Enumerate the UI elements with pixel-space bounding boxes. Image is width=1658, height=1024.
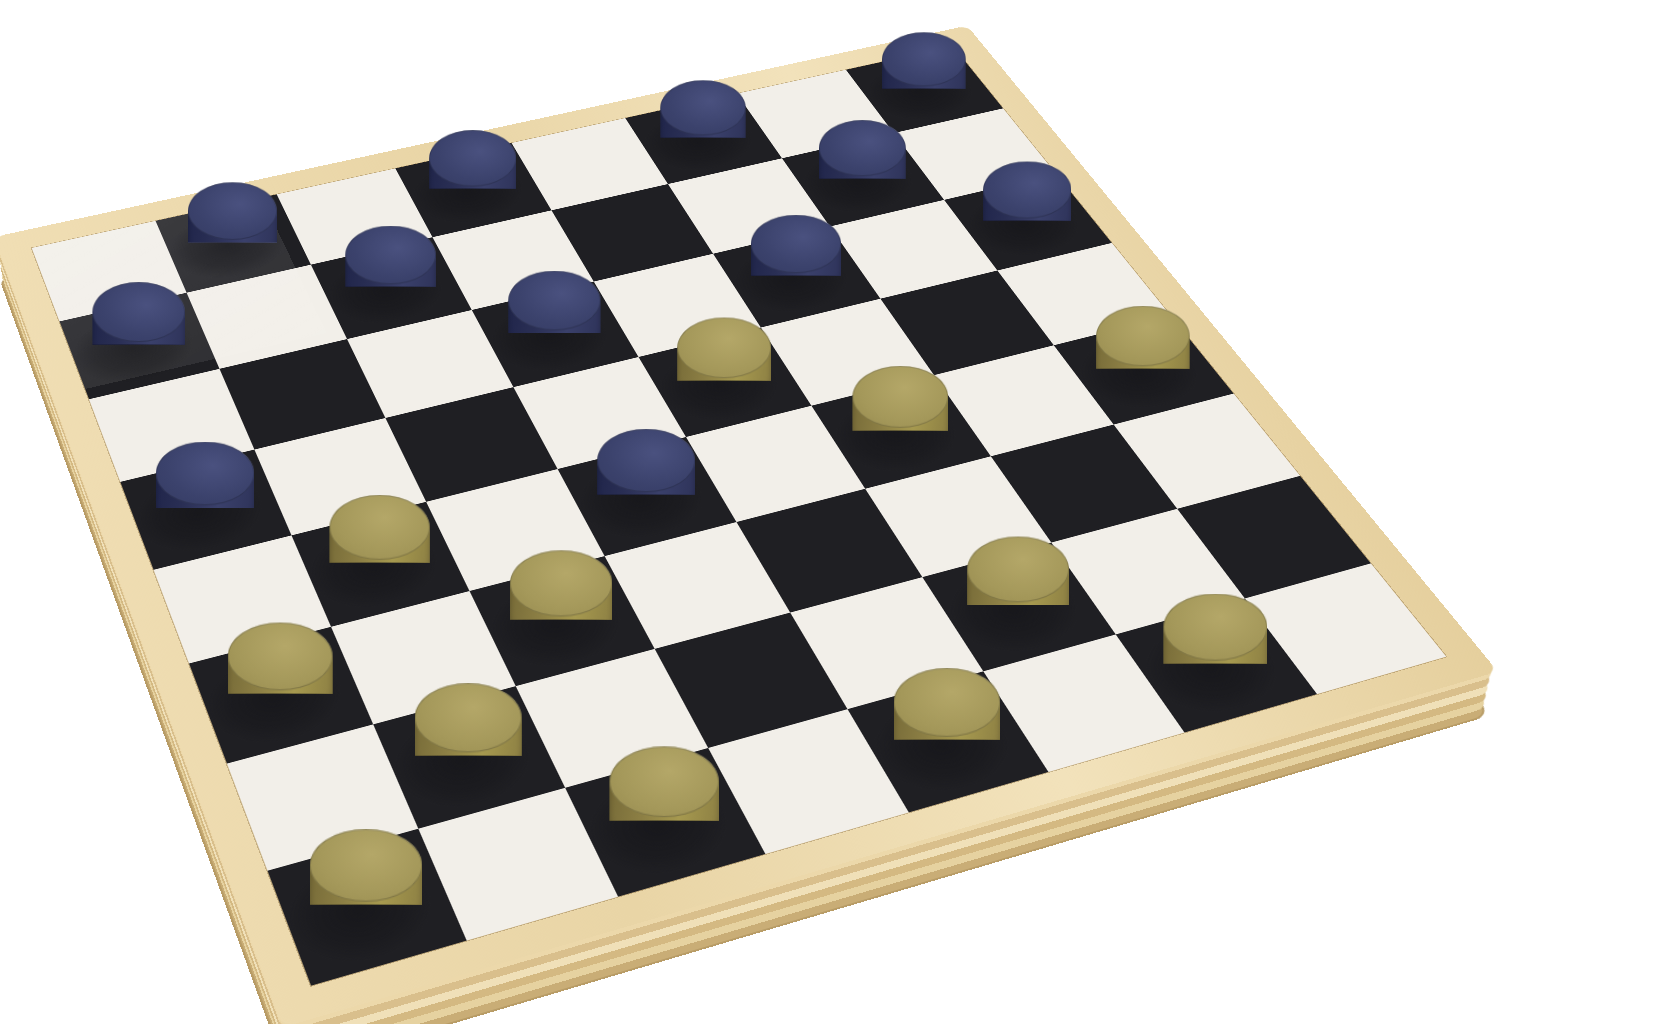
cylinder-top xyxy=(508,271,600,331)
cylinder-top xyxy=(228,622,333,690)
square-r2f8[interactable] xyxy=(894,108,1056,200)
square-r1f6[interactable] xyxy=(625,94,782,184)
cylinder-top xyxy=(660,80,745,135)
cylinder-top xyxy=(751,215,841,273)
square-r1f3[interactable] xyxy=(277,168,433,264)
gold-cylinder xyxy=(1096,306,1190,400)
navy-cylinder xyxy=(983,161,1071,249)
square-r2f4[interactable] xyxy=(432,210,593,310)
square-r4f8[interactable] xyxy=(997,243,1171,345)
square-r3f3[interactable] xyxy=(347,310,513,418)
navy-cylinder xyxy=(660,80,745,165)
navy-cylinder xyxy=(188,182,277,271)
piece-shadow xyxy=(788,143,930,222)
cylinder-top xyxy=(188,182,277,240)
piece-shadow xyxy=(851,55,989,128)
cylinder-side xyxy=(882,59,966,116)
cylinder-top xyxy=(156,442,255,506)
cylinder-top xyxy=(415,683,522,752)
gold-cylinder xyxy=(677,317,771,411)
square-r3f2[interactable] xyxy=(219,339,385,449)
piece-shadow xyxy=(950,184,1097,266)
square-r2f7[interactable] xyxy=(782,133,944,226)
cylinder-top xyxy=(894,668,1001,737)
square-r2f6[interactable] xyxy=(668,158,830,253)
cylinder-side xyxy=(429,158,516,217)
cylinder-side xyxy=(751,244,841,305)
navy-cylinder xyxy=(345,226,436,317)
cylinder-side xyxy=(677,348,771,412)
square-r1f4[interactable] xyxy=(395,143,551,237)
piece-shadow xyxy=(719,237,866,322)
piece-shadow xyxy=(644,339,796,432)
cylinder-top xyxy=(852,366,948,428)
navy-cylinder xyxy=(429,130,516,217)
piece-shadow xyxy=(315,248,457,334)
product-photo-scene xyxy=(0,0,1658,1024)
square-r1f2[interactable] xyxy=(156,194,311,292)
cylinder-top xyxy=(345,226,436,285)
piece-shadow xyxy=(400,153,537,233)
cylinder-side xyxy=(92,312,185,375)
piece-shadow xyxy=(630,103,768,179)
cylinder-top xyxy=(609,746,719,817)
cylinder-side xyxy=(345,255,436,316)
square-r3f6[interactable] xyxy=(713,227,880,328)
cylinder-side xyxy=(983,190,1071,250)
cylinder-top xyxy=(1096,306,1190,366)
cylinder-side xyxy=(508,301,600,364)
perspective-viewport xyxy=(0,0,1658,1024)
navy-cylinder xyxy=(508,271,600,363)
piece-shadow xyxy=(477,293,624,382)
square-r2f1[interactable] xyxy=(60,293,220,400)
navy-cylinder xyxy=(882,32,966,116)
cylinder-top xyxy=(329,495,429,560)
cylinder-top xyxy=(429,130,516,186)
piece-shadow xyxy=(1061,327,1218,419)
square-r1f7[interactable] xyxy=(737,70,894,159)
cylinder-side xyxy=(819,148,906,207)
piece-shadow xyxy=(63,304,204,394)
square-r1f8[interactable] xyxy=(846,46,1003,133)
cylinder-top xyxy=(882,32,966,86)
cylinder-top xyxy=(92,282,185,342)
navy-cylinder xyxy=(819,120,906,207)
square-r2f3[interactable] xyxy=(311,237,472,339)
square-r2f2[interactable] xyxy=(187,265,347,369)
square-r3f7[interactable] xyxy=(830,200,998,299)
piece-shadow xyxy=(818,387,975,483)
square-r1f1[interactable] xyxy=(32,221,187,322)
checkerboard-grid xyxy=(32,46,1447,985)
cylinder-top xyxy=(677,317,771,378)
square-r3f5[interactable] xyxy=(594,254,761,357)
cylinder-top xyxy=(1163,594,1267,661)
navy-cylinder xyxy=(92,282,185,375)
square-r3f4[interactable] xyxy=(472,282,639,388)
cylinder-top xyxy=(983,161,1071,218)
cylinder-top xyxy=(819,120,906,176)
square-r5f8[interactable] xyxy=(1054,316,1234,425)
square-r3f8[interactable] xyxy=(944,174,1112,271)
navy-cylinder xyxy=(751,215,841,305)
cylinder-top xyxy=(310,829,423,902)
square-r1f5[interactable] xyxy=(512,118,668,210)
cylinder-top xyxy=(597,429,695,492)
cylinder-top xyxy=(510,550,612,616)
square-r4f5[interactable] xyxy=(639,328,812,437)
cylinder-side xyxy=(660,108,745,166)
square-r4f6[interactable] xyxy=(761,299,934,406)
square-r2f5[interactable] xyxy=(551,184,713,282)
cylinder-side xyxy=(1096,336,1190,399)
square-r4f7[interactable] xyxy=(880,270,1053,375)
cylinder-side xyxy=(188,211,277,271)
cylinder-top xyxy=(967,536,1069,602)
piece-shadow xyxy=(159,205,296,288)
game-board xyxy=(0,26,1498,1024)
